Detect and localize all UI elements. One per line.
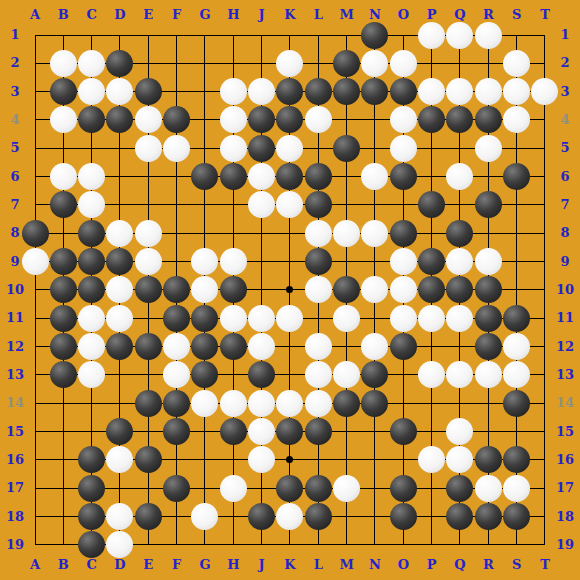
stone-black-G11: [191, 305, 218, 332]
coord-label-H: H: [227, 7, 239, 23]
stone-black-D15: [106, 418, 133, 445]
stone-white-K18: [276, 503, 303, 530]
stone-white-G9: [191, 248, 218, 275]
stone-black-D2: [106, 50, 133, 77]
coord-label-B: B: [58, 557, 69, 573]
coord-label-7: 7: [560, 197, 569, 213]
coord-label-F: F: [172, 557, 181, 573]
stone-white-Q15: [446, 418, 473, 445]
stone-black-L18: [305, 503, 332, 530]
coord-label-7: 7: [10, 197, 19, 213]
coord-label-K: K: [284, 7, 295, 23]
stone-black-R4: [475, 106, 502, 133]
stone-black-H6: [220, 163, 247, 190]
stone-white-N2: [361, 50, 388, 77]
stone-black-B10: [50, 276, 77, 303]
stone-black-R18: [475, 503, 502, 530]
stone-white-C2: [78, 50, 105, 77]
coord-label-12: 12: [556, 339, 574, 355]
coord-label-C: C: [86, 557, 96, 573]
coord-label-Q: Q: [454, 7, 465, 23]
stone-white-C7: [78, 191, 105, 218]
stone-white-J16: [248, 446, 275, 473]
stone-black-P4: [418, 106, 445, 133]
coord-label-E: E: [143, 557, 153, 573]
stone-black-Q8: [446, 220, 473, 247]
stone-black-L3: [305, 78, 332, 105]
stone-white-O4: [390, 106, 417, 133]
stone-white-L14: [305, 390, 332, 417]
stone-white-H17: [220, 475, 247, 502]
coord-label-15: 15: [556, 424, 574, 440]
stone-white-S17: [503, 475, 530, 502]
stone-white-G18: [191, 503, 218, 530]
stone-black-O15: [390, 418, 417, 445]
stone-white-J7: [248, 191, 275, 218]
stone-white-J6: [248, 163, 275, 190]
stone-black-N14: [361, 390, 388, 417]
stone-white-J12: [248, 333, 275, 360]
stone-black-J13: [248, 361, 275, 388]
stone-black-D4: [106, 106, 133, 133]
stone-black-R16: [475, 446, 502, 473]
stone-black-M14: [333, 390, 360, 417]
stone-white-L4: [305, 106, 332, 133]
stone-black-K6: [276, 163, 303, 190]
coord-label-G: G: [199, 557, 210, 573]
stone-white-Q11: [446, 305, 473, 332]
stone-white-R3: [475, 78, 502, 105]
coord-label-1: 1: [10, 27, 19, 43]
stone-white-O9: [390, 248, 417, 275]
coord-label-O: O: [398, 557, 409, 573]
coord-label-R: R: [483, 7, 494, 23]
stone-white-A9: [22, 248, 49, 275]
stone-black-L7: [305, 191, 332, 218]
coord-label-T: T: [540, 7, 550, 23]
stone-white-C11: [78, 305, 105, 332]
stone-white-F5: [163, 135, 190, 162]
stone-white-E4: [135, 106, 162, 133]
stone-black-D12: [106, 333, 133, 360]
stone-black-F10: [163, 276, 190, 303]
coord-label-16: 16: [556, 452, 574, 468]
coord-label-C: C: [86, 7, 96, 23]
stone-black-B3: [50, 78, 77, 105]
stone-black-M10: [333, 276, 360, 303]
coord-label-E: E: [143, 7, 153, 23]
coord-label-B: B: [58, 7, 69, 23]
coord-label-N: N: [369, 7, 381, 23]
stone-black-O18: [390, 503, 417, 530]
stone-black-D9: [106, 248, 133, 275]
stone-white-L12: [305, 333, 332, 360]
stone-white-M17: [333, 475, 360, 502]
coord-label-L: L: [314, 7, 323, 23]
stone-white-P11: [418, 305, 445, 332]
stone-black-M3: [333, 78, 360, 105]
stone-black-N3: [361, 78, 388, 105]
stone-black-L9: [305, 248, 332, 275]
grid-vline: [544, 35, 545, 545]
stone-black-F11: [163, 305, 190, 332]
coord-label-K: K: [284, 557, 295, 573]
stone-white-D10: [106, 276, 133, 303]
stone-black-G12: [191, 333, 218, 360]
stone-black-E14: [135, 390, 162, 417]
stone-white-M11: [333, 305, 360, 332]
coord-label-5: 5: [560, 140, 569, 156]
stone-white-H14: [220, 390, 247, 417]
stone-black-B12: [50, 333, 77, 360]
stone-black-S14: [503, 390, 530, 417]
stone-white-E8: [135, 220, 162, 247]
stone-white-H3: [220, 78, 247, 105]
coord-label-P: P: [427, 7, 437, 23]
stone-white-K11: [276, 305, 303, 332]
coord-label-4: 4: [560, 112, 569, 128]
coord-label-15: 15: [6, 424, 24, 440]
stone-white-O11: [390, 305, 417, 332]
stone-black-F17: [163, 475, 190, 502]
stone-black-B9: [50, 248, 77, 275]
stone-black-L17: [305, 475, 332, 502]
coord-label-T: T: [540, 557, 550, 573]
stone-white-G14: [191, 390, 218, 417]
stone-white-K14: [276, 390, 303, 417]
stone-white-H5: [220, 135, 247, 162]
stone-black-S6: [503, 163, 530, 190]
stone-black-B13: [50, 361, 77, 388]
stone-white-Q1: [446, 22, 473, 49]
coord-label-9: 9: [10, 254, 19, 270]
stone-black-F4: [163, 106, 190, 133]
coord-label-H: H: [227, 557, 239, 573]
coord-label-R: R: [483, 557, 494, 573]
stone-white-P16: [418, 446, 445, 473]
coord-label-3: 3: [560, 84, 569, 100]
stone-white-L8: [305, 220, 332, 247]
stone-black-Q4: [446, 106, 473, 133]
stone-black-C18: [78, 503, 105, 530]
stone-black-C16: [78, 446, 105, 473]
coord-label-6: 6: [10, 169, 19, 185]
stone-white-K5: [276, 135, 303, 162]
stone-black-B11: [50, 305, 77, 332]
stone-black-Q17: [446, 475, 473, 502]
stone-white-T3: [531, 78, 558, 105]
stone-white-J3: [248, 78, 275, 105]
stone-black-K15: [276, 418, 303, 445]
stone-white-G10: [191, 276, 218, 303]
stone-white-H4: [220, 106, 247, 133]
stone-white-E5: [135, 135, 162, 162]
coord-label-M: M: [339, 557, 353, 573]
star-point-K16: [286, 456, 293, 463]
stone-black-E10: [135, 276, 162, 303]
stone-black-Q18: [446, 503, 473, 530]
stone-black-M5: [333, 135, 360, 162]
stone-white-N6: [361, 163, 388, 190]
stone-black-K17: [276, 475, 303, 502]
coord-label-M: M: [339, 7, 353, 23]
stone-black-P10: [418, 276, 445, 303]
coord-label-18: 18: [556, 509, 574, 525]
stone-white-Q16: [446, 446, 473, 473]
stone-white-D16: [106, 446, 133, 473]
stone-black-J18: [248, 503, 275, 530]
stone-black-R11: [475, 305, 502, 332]
stone-black-J4: [248, 106, 275, 133]
stone-white-F13: [163, 361, 190, 388]
stone-white-K2: [276, 50, 303, 77]
coord-label-A: A: [30, 7, 40, 23]
stone-white-O5: [390, 135, 417, 162]
stone-white-N8: [361, 220, 388, 247]
coord-label-13: 13: [556, 367, 574, 383]
stone-black-C9: [78, 248, 105, 275]
stone-white-C3: [78, 78, 105, 105]
coord-label-D: D: [114, 557, 125, 573]
stone-white-L10: [305, 276, 332, 303]
stone-white-E9: [135, 248, 162, 275]
stone-white-P3: [418, 78, 445, 105]
stone-white-C12: [78, 333, 105, 360]
stone-black-G13: [191, 361, 218, 388]
stone-black-P7: [418, 191, 445, 218]
coord-label-10: 10: [6, 282, 24, 298]
stone-black-C19: [78, 531, 105, 558]
stone-white-Q13: [446, 361, 473, 388]
stone-black-R7: [475, 191, 502, 218]
stone-white-D11: [106, 305, 133, 332]
stone-black-L15: [305, 418, 332, 445]
coord-label-17: 17: [6, 480, 24, 496]
stone-black-C10: [78, 276, 105, 303]
coord-label-S: S: [512, 557, 521, 573]
stone-white-B2: [50, 50, 77, 77]
stone-black-N1: [361, 22, 388, 49]
stone-black-S16: [503, 446, 530, 473]
stone-black-H12: [220, 333, 247, 360]
stone-black-E12: [135, 333, 162, 360]
coord-label-2: 2: [560, 55, 569, 71]
stone-black-C8: [78, 220, 105, 247]
stone-black-O12: [390, 333, 417, 360]
stone-white-J11: [248, 305, 275, 332]
coord-label-J: J: [259, 7, 265, 23]
coord-label-9: 9: [560, 254, 569, 270]
coord-label-11: 11: [6, 310, 24, 326]
stone-white-R17: [475, 475, 502, 502]
coord-label-1: 1: [560, 27, 569, 43]
stone-white-N10: [361, 276, 388, 303]
stone-black-H10: [220, 276, 247, 303]
coord-label-N: N: [369, 557, 381, 573]
coord-label-Q: Q: [454, 557, 465, 573]
coord-label-13: 13: [6, 367, 24, 383]
stone-black-E18: [135, 503, 162, 530]
stone-black-R12: [475, 333, 502, 360]
stone-black-P9: [418, 248, 445, 275]
stone-black-N13: [361, 361, 388, 388]
coord-label-D: D: [114, 7, 125, 23]
stone-white-L13: [305, 361, 332, 388]
stone-white-J14: [248, 390, 275, 417]
coord-label-10: 10: [556, 282, 574, 298]
stone-white-R9: [475, 248, 502, 275]
stone-black-M2: [333, 50, 360, 77]
coord-label-3: 3: [10, 84, 19, 100]
coord-label-11: 11: [556, 310, 574, 326]
coord-label-14: 14: [6, 395, 24, 411]
stone-white-R5: [475, 135, 502, 162]
stone-black-B7: [50, 191, 77, 218]
stone-white-O2: [390, 50, 417, 77]
stone-white-O10: [390, 276, 417, 303]
stone-white-R13: [475, 361, 502, 388]
coord-label-P: P: [427, 557, 437, 573]
coord-label-5: 5: [10, 140, 19, 156]
coord-label-18: 18: [6, 509, 24, 525]
stone-black-O8: [390, 220, 417, 247]
coord-label-14: 14: [556, 395, 574, 411]
stone-black-C4: [78, 106, 105, 133]
stone-black-F15: [163, 418, 190, 445]
stone-white-Q6: [446, 163, 473, 190]
stone-white-S13: [503, 361, 530, 388]
stone-white-M8: [333, 220, 360, 247]
coord-label-S: S: [512, 7, 521, 23]
stone-black-J5: [248, 135, 275, 162]
coord-label-O: O: [398, 7, 409, 23]
stone-white-H11: [220, 305, 247, 332]
stone-white-M13: [333, 361, 360, 388]
stone-black-E3: [135, 78, 162, 105]
stone-white-K7: [276, 191, 303, 218]
coord-label-19: 19: [556, 537, 574, 553]
stone-white-R1: [475, 22, 502, 49]
stone-black-O6: [390, 163, 417, 190]
stone-white-S12: [503, 333, 530, 360]
stone-white-S4: [503, 106, 530, 133]
stone-black-H15: [220, 418, 247, 445]
coord-label-17: 17: [556, 480, 574, 496]
stone-black-G6: [191, 163, 218, 190]
coord-label-F: F: [172, 7, 181, 23]
stone-white-S3: [503, 78, 530, 105]
stone-white-N12: [361, 333, 388, 360]
stone-white-D3: [106, 78, 133, 105]
stone-black-R10: [475, 276, 502, 303]
stone-white-D19: [106, 531, 133, 558]
coord-label-12: 12: [6, 339, 24, 355]
coord-label-16: 16: [6, 452, 24, 468]
stone-white-F12: [163, 333, 190, 360]
coord-label-8: 8: [10, 225, 19, 241]
stone-white-Q9: [446, 248, 473, 275]
stone-white-B6: [50, 163, 77, 190]
stone-white-D18: [106, 503, 133, 530]
stone-white-D8: [106, 220, 133, 247]
stone-white-H9: [220, 248, 247, 275]
stone-black-K3: [276, 78, 303, 105]
go-board[interactable]: ABCDEFGHJKLMNOPQRST ABCDEFGHJKLMNOPQRST …: [0, 0, 580, 580]
coord-label-A: A: [30, 557, 40, 573]
coord-label-L: L: [314, 557, 323, 573]
coord-label-6: 6: [560, 169, 569, 185]
coord-label-4: 4: [10, 112, 19, 128]
stone-black-S18: [503, 503, 530, 530]
stone-black-A8: [22, 220, 49, 247]
coord-label-G: G: [199, 7, 210, 23]
stone-white-B4: [50, 106, 77, 133]
coord-label-19: 19: [6, 537, 24, 553]
stone-white-J15: [248, 418, 275, 445]
stone-black-K4: [276, 106, 303, 133]
stone-black-S11: [503, 305, 530, 332]
stone-white-P1: [418, 22, 445, 49]
stone-black-C17: [78, 475, 105, 502]
stone-black-E16: [135, 446, 162, 473]
stone-white-C6: [78, 163, 105, 190]
stone-black-Q10: [446, 276, 473, 303]
stone-black-O3: [390, 78, 417, 105]
stone-white-C13: [78, 361, 105, 388]
stone-white-P13: [418, 361, 445, 388]
stone-black-L6: [305, 163, 332, 190]
coord-label-2: 2: [10, 55, 19, 71]
stone-black-F14: [163, 390, 190, 417]
coord-label-8: 8: [560, 225, 569, 241]
stone-white-Q3: [446, 78, 473, 105]
stone-white-S2: [503, 50, 530, 77]
coord-label-J: J: [259, 557, 265, 573]
star-point-K10: [286, 286, 293, 293]
stone-black-O17: [390, 475, 417, 502]
